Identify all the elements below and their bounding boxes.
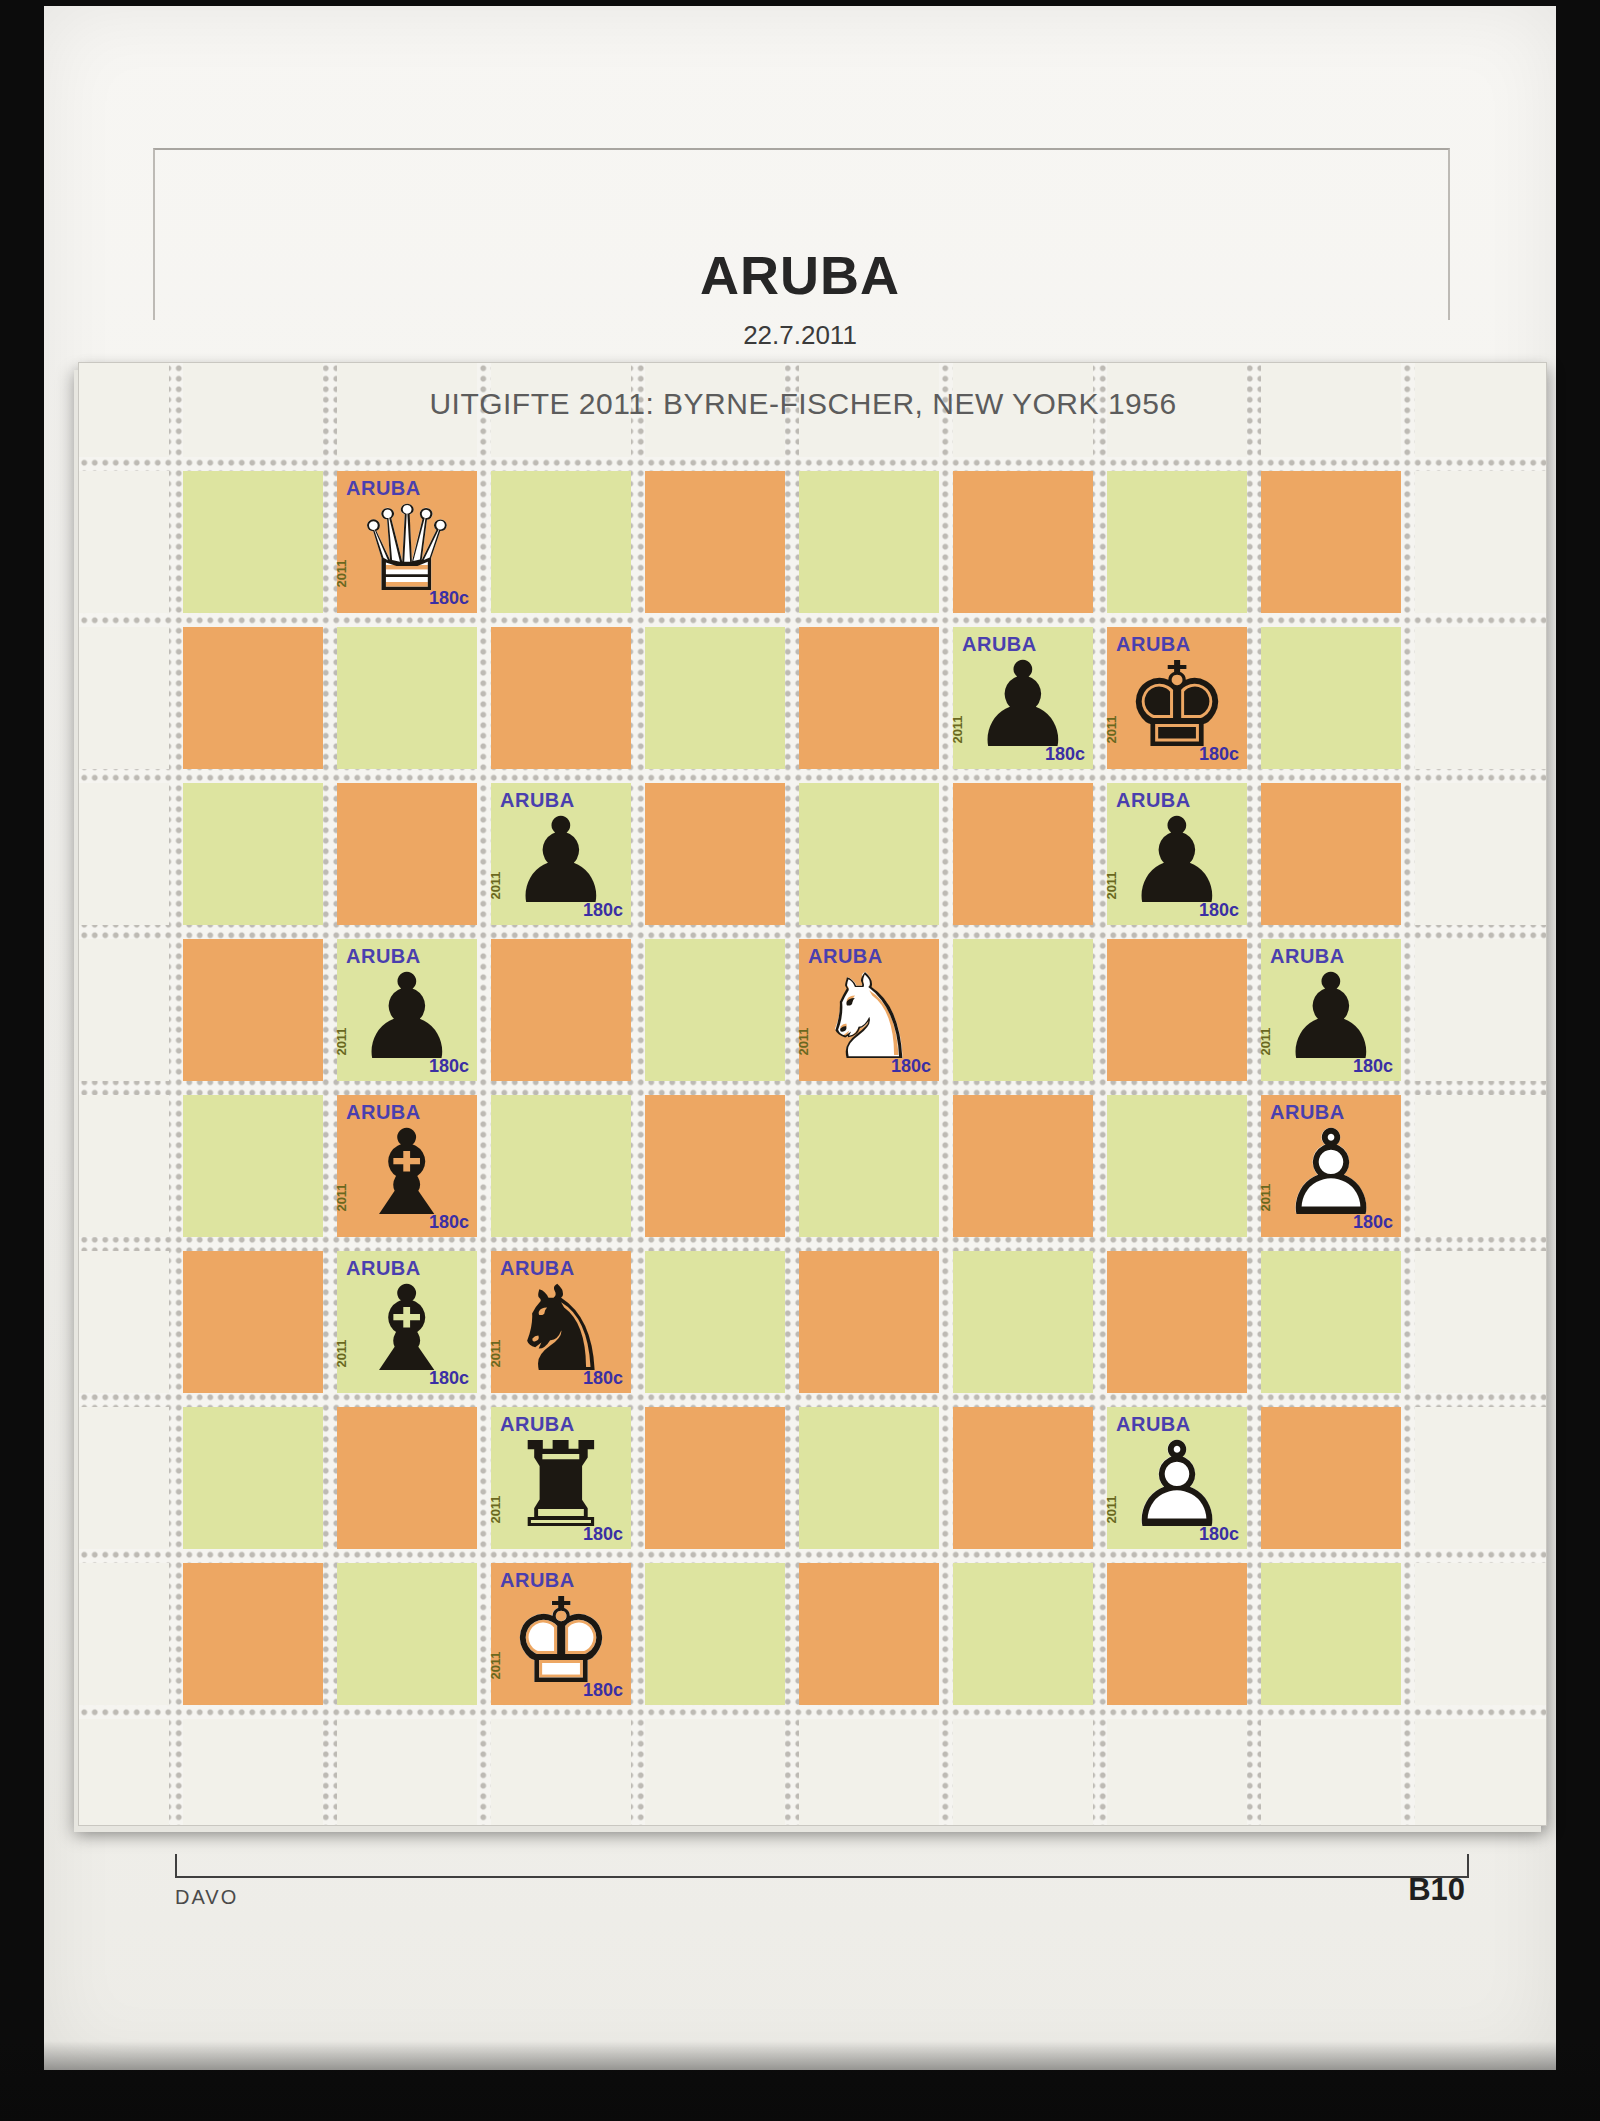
sheet-margin bbox=[1415, 1563, 1546, 1705]
sheet-margin bbox=[79, 783, 169, 925]
chessboard-grid: ARUBA♛♕2011180cARUBA♟2011180cARUBA♚20111… bbox=[79, 363, 1546, 1825]
square-a7 bbox=[183, 627, 323, 769]
square-h8 bbox=[1261, 471, 1401, 613]
square-h7 bbox=[1261, 627, 1401, 769]
square-e5: ARUBA♞♘2011180c bbox=[799, 939, 939, 1081]
sheet-margin bbox=[79, 471, 169, 613]
square-f5 bbox=[953, 939, 1093, 1081]
stamp-year-label: 2011 bbox=[488, 1339, 503, 1367]
stamp-value-label: 180c bbox=[583, 1680, 623, 1701]
square-f2 bbox=[953, 1407, 1093, 1549]
sheet-margin bbox=[1415, 939, 1546, 1081]
stamp-value-label: 180c bbox=[429, 588, 469, 609]
square-e4 bbox=[799, 1095, 939, 1237]
sheet-margin bbox=[79, 1407, 169, 1549]
square-f3 bbox=[953, 1251, 1093, 1393]
stamp-year-label: 2011 bbox=[488, 871, 503, 899]
square-a8 bbox=[183, 471, 323, 613]
square-g5 bbox=[1107, 939, 1247, 1081]
square-d4 bbox=[645, 1095, 785, 1237]
square-f4 bbox=[953, 1095, 1093, 1237]
square-g4 bbox=[1107, 1095, 1247, 1237]
square-b7 bbox=[337, 627, 477, 769]
square-h1 bbox=[1261, 1563, 1401, 1705]
stamp-year-label: 2011 bbox=[334, 559, 349, 587]
sheet-margin bbox=[799, 1719, 939, 1825]
square-f7: ARUBA♟2011180c bbox=[953, 627, 1093, 769]
square-h4: ARUBA♟♙2011180c bbox=[1261, 1095, 1401, 1237]
square-f6 bbox=[953, 783, 1093, 925]
stamp-year-label: 2011 bbox=[950, 715, 965, 743]
square-g1 bbox=[1107, 1563, 1247, 1705]
square-a5 bbox=[183, 939, 323, 1081]
square-d6 bbox=[645, 783, 785, 925]
square-c3: ARUBA♞2011180c bbox=[491, 1251, 631, 1393]
square-g3 bbox=[1107, 1251, 1247, 1393]
square-d2 bbox=[645, 1407, 785, 1549]
album-page: ARUBA 22.7.2011 ARUBA♛♕2011180cARUBA♟201… bbox=[44, 6, 1556, 2070]
square-e6 bbox=[799, 783, 939, 925]
sheet-margin bbox=[79, 1563, 169, 1705]
sheet-margin bbox=[1415, 471, 1546, 613]
square-h2 bbox=[1261, 1407, 1401, 1549]
sheet-margin bbox=[1415, 1251, 1546, 1393]
square-b8: ARUBA♛♕2011180c bbox=[337, 471, 477, 613]
sheet-margin bbox=[79, 363, 169, 457]
sheet-margin bbox=[79, 1251, 169, 1393]
square-b2 bbox=[337, 1407, 477, 1549]
sheet-margin bbox=[1415, 363, 1546, 457]
stamp-value-label: 180c bbox=[429, 1212, 469, 1233]
stamp-sheet: ARUBA♛♕2011180cARUBA♟2011180cARUBA♚20111… bbox=[78, 362, 1547, 1826]
stamp-year-label: 2011 bbox=[1104, 871, 1119, 899]
stamp-year-label: 2011 bbox=[1258, 1027, 1273, 1055]
square-c8 bbox=[491, 471, 631, 613]
sheet-title: UITGIFTE 2011: BYRNE-FISCHER, NEW YORK 1… bbox=[183, 387, 1423, 421]
square-d3 bbox=[645, 1251, 785, 1393]
square-c4 bbox=[491, 1095, 631, 1237]
square-e3 bbox=[799, 1251, 939, 1393]
stamp-year-label: 2011 bbox=[1104, 715, 1119, 743]
square-g6: ARUBA♟2011180c bbox=[1107, 783, 1247, 925]
stamp-value-label: 180c bbox=[1199, 900, 1239, 921]
square-h3 bbox=[1261, 1251, 1401, 1393]
square-a3 bbox=[183, 1251, 323, 1393]
square-a4 bbox=[183, 1095, 323, 1237]
square-g2: ARUBA♟♙2011180c bbox=[1107, 1407, 1247, 1549]
sheet-margin bbox=[79, 627, 169, 769]
stamp-year-label: 2011 bbox=[488, 1495, 503, 1523]
square-b3: ARUBA♝2011180c bbox=[337, 1251, 477, 1393]
sheet-margin bbox=[79, 939, 169, 1081]
stamp-value-label: 180c bbox=[1045, 744, 1085, 765]
sheet-margin bbox=[1261, 1719, 1401, 1825]
square-d5 bbox=[645, 939, 785, 1081]
stamp-year-label: 2011 bbox=[334, 1027, 349, 1055]
square-d8 bbox=[645, 471, 785, 613]
page-number: B10 bbox=[175, 1872, 1465, 1908]
square-a6 bbox=[183, 783, 323, 925]
stamp-value-label: 180c bbox=[1199, 1524, 1239, 1545]
square-a2 bbox=[183, 1407, 323, 1549]
square-c7 bbox=[491, 627, 631, 769]
sheet-margin bbox=[1415, 783, 1546, 925]
page-title: ARUBA bbox=[44, 244, 1556, 306]
square-g7: ARUBA♚2011180c bbox=[1107, 627, 1247, 769]
stamp-value-label: 180c bbox=[583, 1368, 623, 1389]
sheet-margin bbox=[337, 1719, 477, 1825]
square-b1 bbox=[337, 1563, 477, 1705]
square-b5: ARUBA♟2011180c bbox=[337, 939, 477, 1081]
stamp-year-label: 2011 bbox=[1258, 1183, 1273, 1211]
stamp-value-label: 180c bbox=[891, 1056, 931, 1077]
stamp-value-label: 180c bbox=[583, 1524, 623, 1545]
square-d7 bbox=[645, 627, 785, 769]
sheet-margin bbox=[183, 1719, 323, 1825]
square-a1 bbox=[183, 1563, 323, 1705]
stamp-value-label: 180c bbox=[1353, 1056, 1393, 1077]
square-b6 bbox=[337, 783, 477, 925]
album-page-photo: ARUBA 22.7.2011 ARUBA♛♕2011180cARUBA♟201… bbox=[0, 0, 1600, 2121]
sheet-margin bbox=[953, 1719, 1093, 1825]
square-h6 bbox=[1261, 783, 1401, 925]
sheet-margin bbox=[1415, 1407, 1546, 1549]
square-f1 bbox=[953, 1563, 1093, 1705]
stamp-value-label: 180c bbox=[583, 900, 623, 921]
stamp-value-label: 180c bbox=[429, 1368, 469, 1389]
square-c6: ARUBA♟2011180c bbox=[491, 783, 631, 925]
sheet-margin bbox=[1415, 627, 1546, 769]
square-f8 bbox=[953, 471, 1093, 613]
square-c1: ARUBA♚♔2011180c bbox=[491, 1563, 631, 1705]
stamp-year-label: 2011 bbox=[796, 1027, 811, 1055]
square-e1 bbox=[799, 1563, 939, 1705]
sheet-margin bbox=[79, 1095, 169, 1237]
square-d1 bbox=[645, 1563, 785, 1705]
stamp-year-label: 2011 bbox=[488, 1651, 503, 1679]
square-e7 bbox=[799, 627, 939, 769]
sheet-margin bbox=[491, 1719, 631, 1825]
stamp-year-label: 2011 bbox=[334, 1339, 349, 1367]
stamp-year-label: 2011 bbox=[334, 1183, 349, 1211]
square-c5 bbox=[491, 939, 631, 1081]
square-b4: ARUBA♝2011180c bbox=[337, 1095, 477, 1237]
stamp-value-label: 180c bbox=[1353, 1212, 1393, 1233]
square-h5: ARUBA♟2011180c bbox=[1261, 939, 1401, 1081]
sheet-margin bbox=[1415, 1719, 1546, 1825]
sheet-margin bbox=[1415, 1095, 1546, 1237]
sheet-margin bbox=[79, 1719, 169, 1825]
stamp-value-label: 180c bbox=[1199, 744, 1239, 765]
sheet-margin bbox=[1107, 1719, 1247, 1825]
square-c2: ARUBA♜2011180c bbox=[491, 1407, 631, 1549]
sheet-margin bbox=[645, 1719, 785, 1825]
stamp-year-label: 2011 bbox=[1104, 1495, 1119, 1523]
square-g8 bbox=[1107, 471, 1247, 613]
square-e2 bbox=[799, 1407, 939, 1549]
issue-date: 22.7.2011 bbox=[44, 320, 1556, 351]
stamp-value-label: 180c bbox=[429, 1056, 469, 1077]
square-e8 bbox=[799, 471, 939, 613]
photo-shadow bbox=[0, 2041, 1600, 2121]
